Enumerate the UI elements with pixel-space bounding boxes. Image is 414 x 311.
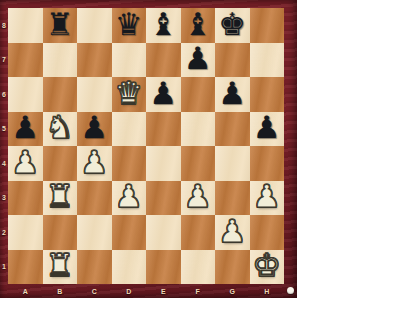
piece-black-pawn: ♟ — [80, 112, 108, 143]
square-d7[interactable] — [112, 43, 147, 78]
file-label-e: E — [146, 285, 181, 297]
piece-white-pawn: ♟ — [218, 216, 246, 247]
square-d2[interactable] — [112, 215, 147, 250]
square-a8[interactable] — [8, 8, 43, 43]
piece-white-pawn: ♟ — [184, 181, 212, 212]
rank-label-5: 5 — [0, 112, 8, 147]
piece-black-queen: ♛ — [115, 9, 143, 40]
square-g1[interactable] — [215, 250, 250, 285]
square-c8[interactable] — [77, 8, 112, 43]
square-a4[interactable]: ♟ — [8, 146, 43, 181]
piece-white-king: ♚ — [253, 250, 281, 281]
square-b5[interactable]: ♞ — [43, 112, 78, 147]
square-d6[interactable]: ♛ — [112, 77, 147, 112]
square-h5[interactable]: ♟ — [250, 112, 285, 147]
piece-white-queen: ♛ — [115, 78, 143, 109]
piece-black-pawn: ♟ — [218, 78, 246, 109]
square-c7[interactable] — [77, 43, 112, 78]
piece-white-rook: ♜ — [46, 181, 74, 212]
square-e3[interactable] — [146, 181, 181, 216]
piece-black-pawn: ♟ — [184, 43, 212, 74]
file-label-f: F — [181, 285, 216, 297]
square-b8[interactable]: ♜ — [43, 8, 78, 43]
square-h1[interactable]: ♚ — [250, 250, 285, 285]
piece-black-pawn: ♟ — [149, 78, 177, 109]
square-g2[interactable]: ♟ — [215, 215, 250, 250]
piece-black-pawn: ♟ — [11, 112, 39, 143]
square-e4[interactable] — [146, 146, 181, 181]
square-d3[interactable]: ♟ — [112, 181, 147, 216]
rank-label-1: 1 — [0, 250, 8, 285]
square-g3[interactable] — [215, 181, 250, 216]
piece-white-pawn: ♟ — [115, 181, 143, 212]
rank-label-3: 3 — [0, 181, 8, 216]
square-h7[interactable] — [250, 43, 285, 78]
page-background: ♜♛♝♝♚♟♛♟♟♟♞♟♟♟♟♜♟♟♟♟♜♚ 87654321 ABCDEFGH — [0, 0, 414, 311]
file-label-c: C — [77, 285, 112, 297]
square-f8[interactable]: ♝ — [181, 8, 216, 43]
square-b3[interactable]: ♜ — [43, 181, 78, 216]
square-h2[interactable] — [250, 215, 285, 250]
rank-label-6: 6 — [0, 77, 8, 112]
board-squares: ♜♛♝♝♚♟♛♟♟♟♞♟♟♟♟♜♟♟♟♟♜♚ — [8, 8, 284, 284]
square-h4[interactable] — [250, 146, 285, 181]
square-g5[interactable] — [215, 112, 250, 147]
square-e1[interactable] — [146, 250, 181, 285]
piece-black-bishop: ♝ — [149, 9, 177, 40]
square-d8[interactable]: ♛ — [112, 8, 147, 43]
square-c5[interactable]: ♟ — [77, 112, 112, 147]
square-b7[interactable] — [43, 43, 78, 78]
white-to-move-indicator — [287, 287, 294, 294]
square-b4[interactable] — [43, 146, 78, 181]
file-label-d: D — [112, 285, 147, 297]
piece-black-bishop: ♝ — [184, 9, 212, 40]
piece-white-knight: ♞ — [46, 112, 74, 143]
file-label-a: A — [8, 285, 43, 297]
square-g4[interactable] — [215, 146, 250, 181]
square-b6[interactable] — [43, 77, 78, 112]
square-f6[interactable] — [181, 77, 216, 112]
file-label-g: G — [215, 285, 250, 297]
piece-white-pawn: ♟ — [11, 147, 39, 178]
square-a1[interactable] — [8, 250, 43, 285]
square-a6[interactable] — [8, 77, 43, 112]
piece-black-king: ♚ — [218, 9, 246, 40]
square-h3[interactable]: ♟ — [250, 181, 285, 216]
square-a7[interactable] — [8, 43, 43, 78]
square-c4[interactable]: ♟ — [77, 146, 112, 181]
square-f2[interactable] — [181, 215, 216, 250]
square-b1[interactable]: ♜ — [43, 250, 78, 285]
square-f1[interactable] — [181, 250, 216, 285]
square-h6[interactable] — [250, 77, 285, 112]
square-c1[interactable] — [77, 250, 112, 285]
rank-label-8: 8 — [0, 8, 8, 43]
rank-label-2: 2 — [0, 215, 8, 250]
square-a2[interactable] — [8, 215, 43, 250]
square-e6[interactable]: ♟ — [146, 77, 181, 112]
piece-black-rook: ♜ — [46, 9, 74, 40]
square-a3[interactable] — [8, 181, 43, 216]
square-f4[interactable] — [181, 146, 216, 181]
square-e8[interactable]: ♝ — [146, 8, 181, 43]
square-b2[interactable] — [43, 215, 78, 250]
piece-white-pawn: ♟ — [80, 147, 108, 178]
rank-label-7: 7 — [0, 43, 8, 78]
square-c6[interactable] — [77, 77, 112, 112]
square-f5[interactable] — [181, 112, 216, 147]
square-g7[interactable] — [215, 43, 250, 78]
square-g8[interactable]: ♚ — [215, 8, 250, 43]
piece-white-rook: ♜ — [46, 250, 74, 281]
square-e7[interactable] — [146, 43, 181, 78]
piece-white-pawn: ♟ — [253, 181, 281, 212]
piece-black-pawn: ♟ — [253, 112, 281, 143]
square-c3[interactable] — [77, 181, 112, 216]
square-f7[interactable]: ♟ — [181, 43, 216, 78]
square-c2[interactable] — [77, 215, 112, 250]
file-label-b: B — [43, 285, 78, 297]
square-f3[interactable]: ♟ — [181, 181, 216, 216]
square-h8[interactable] — [250, 8, 285, 43]
square-d4[interactable] — [112, 146, 147, 181]
square-e5[interactable] — [146, 112, 181, 147]
file-label-h: H — [250, 285, 285, 297]
chessboard: ♜♛♝♝♚♟♛♟♟♟♞♟♟♟♟♜♟♟♟♟♜♚ 87654321 ABCDEFGH — [0, 0, 297, 298]
square-d1[interactable] — [112, 250, 147, 285]
square-a5[interactable]: ♟ — [8, 112, 43, 147]
square-d5[interactable] — [112, 112, 147, 147]
square-e2[interactable] — [146, 215, 181, 250]
square-g6[interactable]: ♟ — [215, 77, 250, 112]
rank-label-4: 4 — [0, 146, 8, 181]
